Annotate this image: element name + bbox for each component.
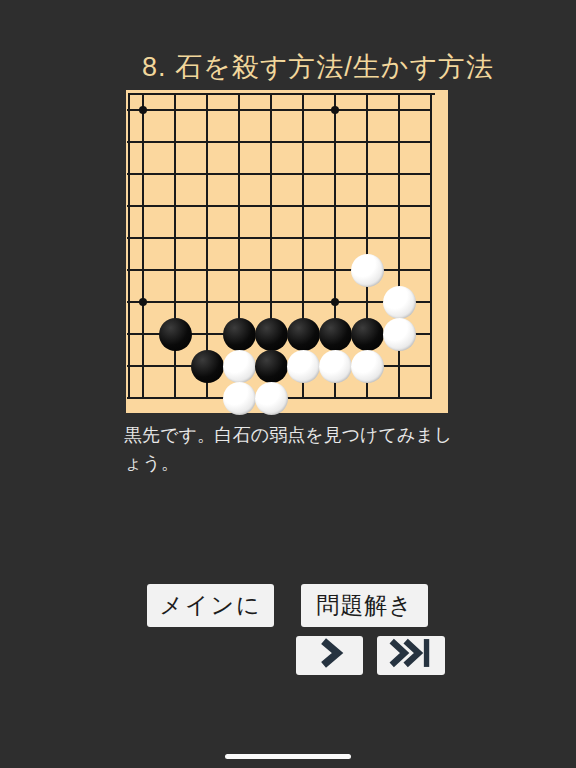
app-screen: 8. 石を殺す方法/生かす方法 黒先です。白石の弱点を見つけてみまし ょう。 メ… xyxy=(0,0,576,768)
white-stone-O1 xyxy=(255,382,288,415)
board-point-T3[interactable] xyxy=(415,318,447,350)
star-point-K10 xyxy=(139,106,147,114)
black-stone-L3 xyxy=(159,318,192,351)
white-stone-P2 xyxy=(287,350,320,383)
board-point-N1[interactable] xyxy=(223,382,255,414)
board-point-L6[interactable] xyxy=(159,222,191,254)
board-point-M5[interactable] xyxy=(191,254,223,286)
board-point-L1[interactable] xyxy=(159,382,191,414)
black-stone-P3 xyxy=(287,318,320,351)
chevron-right-icon xyxy=(315,638,345,674)
problem-description: 黒先です。白石の弱点を見つけてみまし ょう。 xyxy=(124,421,484,477)
board-point-P9[interactable] xyxy=(287,126,319,158)
board-point-N8[interactable] xyxy=(223,158,255,190)
board-point-N6[interactable] xyxy=(223,222,255,254)
black-stone-M2 xyxy=(191,350,224,383)
board-point-K7[interactable] xyxy=(127,190,159,222)
board-point-O3[interactable] xyxy=(255,318,287,350)
board-point-T8[interactable] xyxy=(415,158,447,190)
board-point-Q4[interactable] xyxy=(319,286,351,318)
skip-to-end-button[interactable] xyxy=(377,636,445,675)
board-point-T1[interactable] xyxy=(415,382,447,414)
board-point-T6[interactable] xyxy=(415,222,447,254)
board-point-O2[interactable] xyxy=(255,350,287,382)
description-line-2: ょう。 xyxy=(124,453,179,473)
board-point-K10[interactable] xyxy=(127,94,159,126)
star-point-Q4 xyxy=(331,298,339,306)
description-line-1: 黒先です。白石の弱点を見つけてみまし xyxy=(124,425,452,445)
home-indicator[interactable] xyxy=(225,754,351,759)
board-point-M1[interactable] xyxy=(191,382,223,414)
board-point-M8[interactable] xyxy=(191,158,223,190)
board-point-L8[interactable] xyxy=(159,158,191,190)
board-point-P6[interactable] xyxy=(287,222,319,254)
board-point-P8[interactable] xyxy=(287,158,319,190)
board-point-L3[interactable] xyxy=(159,318,191,350)
board-grid xyxy=(127,94,447,414)
board-point-R4[interactable] xyxy=(351,286,383,318)
board-point-K3[interactable] xyxy=(127,318,159,350)
white-stone-S4 xyxy=(383,286,416,319)
board-point-S2[interactable] xyxy=(383,350,415,382)
board-point-L10[interactable] xyxy=(159,94,191,126)
board-point-P3[interactable] xyxy=(287,318,319,350)
board-point-P1[interactable] xyxy=(287,382,319,414)
board-point-T10[interactable] xyxy=(415,94,447,126)
board-point-T5[interactable] xyxy=(415,254,447,286)
board-point-P7[interactable] xyxy=(287,190,319,222)
board-point-R5[interactable] xyxy=(351,254,383,286)
board-point-O8[interactable] xyxy=(255,158,287,190)
board-point-M7[interactable] xyxy=(191,190,223,222)
board-point-K6[interactable] xyxy=(127,222,159,254)
board-point-O1[interactable] xyxy=(255,382,287,414)
board-point-R9[interactable] xyxy=(351,126,383,158)
board-point-Q1[interactable] xyxy=(319,382,351,414)
board-point-Q2[interactable] xyxy=(319,350,351,382)
board-point-M4[interactable] xyxy=(191,286,223,318)
black-stone-O3 xyxy=(255,318,288,351)
board-point-Q6[interactable] xyxy=(319,222,351,254)
board-point-S10[interactable] xyxy=(383,94,415,126)
board-point-P2[interactable] xyxy=(287,350,319,382)
board-point-R7[interactable] xyxy=(351,190,383,222)
board-point-L2[interactable] xyxy=(159,350,191,382)
board-point-M9[interactable] xyxy=(191,126,223,158)
star-point-Q10 xyxy=(331,106,339,114)
board-point-R6[interactable] xyxy=(351,222,383,254)
board-point-Q7[interactable] xyxy=(319,190,351,222)
board-point-Q9[interactable] xyxy=(319,126,351,158)
board-point-K5[interactable] xyxy=(127,254,159,286)
white-stone-N2 xyxy=(223,350,256,383)
board-point-N2[interactable] xyxy=(223,350,255,382)
board-point-S1[interactable] xyxy=(383,382,415,414)
board-point-O7[interactable] xyxy=(255,190,287,222)
board-point-O6[interactable] xyxy=(255,222,287,254)
board-point-M10[interactable] xyxy=(191,94,223,126)
board-point-N5[interactable] xyxy=(223,254,255,286)
black-stone-Q3 xyxy=(319,318,352,351)
board-point-Q10[interactable] xyxy=(319,94,351,126)
board-point-M6[interactable] xyxy=(191,222,223,254)
board-point-M2[interactable] xyxy=(191,350,223,382)
board-point-R3[interactable] xyxy=(351,318,383,350)
black-stone-O2 xyxy=(255,350,288,383)
board-point-L9[interactable] xyxy=(159,126,191,158)
board-point-L7[interactable] xyxy=(159,190,191,222)
white-stone-Q2 xyxy=(319,350,352,383)
board-point-K1[interactable] xyxy=(127,382,159,414)
board-point-P5[interactable] xyxy=(287,254,319,286)
star-point-K4 xyxy=(139,298,147,306)
white-stone-R2 xyxy=(351,350,384,383)
board-point-N10[interactable] xyxy=(223,94,255,126)
solve-problem-button[interactable]: 問題解き xyxy=(301,584,428,627)
board-point-K8[interactable] xyxy=(127,158,159,190)
board-point-O5[interactable] xyxy=(255,254,287,286)
board-point-K9[interactable] xyxy=(127,126,159,158)
board-point-K4[interactable] xyxy=(127,286,159,318)
board-point-N7[interactable] xyxy=(223,190,255,222)
next-button[interactable] xyxy=(296,636,363,675)
board-point-R10[interactable] xyxy=(351,94,383,126)
white-stone-S3 xyxy=(383,318,416,351)
board-point-M3[interactable] xyxy=(191,318,223,350)
board-point-K2[interactable] xyxy=(127,350,159,382)
board-point-S7[interactable] xyxy=(383,190,415,222)
board-point-S8[interactable] xyxy=(383,158,415,190)
board-point-R2[interactable] xyxy=(351,350,383,382)
double-chevron-end-icon xyxy=(387,638,435,674)
board-point-S3[interactable] xyxy=(383,318,415,350)
board-point-R1[interactable] xyxy=(351,382,383,414)
board-point-L5[interactable] xyxy=(159,254,191,286)
board-point-T4[interactable] xyxy=(415,286,447,318)
board-point-R8[interactable] xyxy=(351,158,383,190)
white-stone-N1 xyxy=(223,382,256,415)
board-point-Q5[interactable] xyxy=(319,254,351,286)
board-point-T9[interactable] xyxy=(415,126,447,158)
board-point-N4[interactable] xyxy=(223,286,255,318)
board-point-Q8[interactable] xyxy=(319,158,351,190)
board-point-T7[interactable] xyxy=(415,190,447,222)
white-stone-R5 xyxy=(351,254,384,287)
board-point-T2[interactable] xyxy=(415,350,447,382)
go-board xyxy=(126,90,448,413)
board-point-O10[interactable] xyxy=(255,94,287,126)
board-point-P4[interactable] xyxy=(287,286,319,318)
board-point-S9[interactable] xyxy=(383,126,415,158)
board-point-S5[interactable] xyxy=(383,254,415,286)
board-point-S6[interactable] xyxy=(383,222,415,254)
board-point-O9[interactable] xyxy=(255,126,287,158)
board-point-P10[interactable] xyxy=(287,94,319,126)
black-stone-N3 xyxy=(223,318,256,351)
black-stone-R3 xyxy=(351,318,384,351)
main-menu-button[interactable]: メインに xyxy=(147,584,274,627)
board-point-S4[interactable] xyxy=(383,286,415,318)
board-point-N3[interactable] xyxy=(223,318,255,350)
board-point-N9[interactable] xyxy=(223,126,255,158)
board-point-Q3[interactable] xyxy=(319,318,351,350)
page-title: 8. 石を殺す方法/生かす方法 xyxy=(142,49,494,85)
board-point-O4[interactable] xyxy=(255,286,287,318)
board-point-L4[interactable] xyxy=(159,286,191,318)
